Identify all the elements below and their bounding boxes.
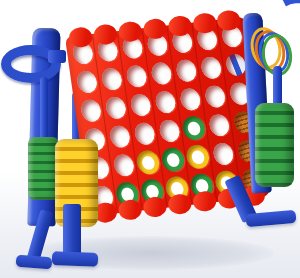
green-ring-stack-right (255, 103, 294, 187)
empty-hole (173, 57, 199, 84)
green-ring-piece (158, 145, 187, 175)
empty-hole (73, 68, 99, 95)
giant-connect-four-product-photo (0, 0, 300, 278)
empty-hole (106, 123, 132, 150)
empty-hole (110, 152, 136, 179)
empty-hole (206, 112, 232, 139)
empty-hole (131, 120, 157, 147)
empty-hole (202, 83, 228, 110)
left-front-leg (63, 204, 81, 258)
empty-hole (198, 54, 224, 81)
ring-toss-peg-left (40, 77, 48, 141)
green-ring-piece (179, 113, 208, 143)
empty-hole (156, 117, 182, 144)
empty-hole (177, 86, 203, 113)
empty-hole (210, 141, 236, 168)
empty-hole (123, 62, 149, 89)
yellow-ring-piece (183, 142, 212, 172)
empty-hole (127, 91, 153, 118)
empty-hole (102, 94, 128, 121)
hoop-mount (48, 50, 66, 63)
empty-hole (148, 60, 174, 87)
empty-hole (77, 97, 103, 124)
left-rear-foot (16, 255, 53, 269)
board-bottom-bump (191, 190, 217, 212)
empty-hole (98, 65, 124, 92)
left-front-foot (52, 251, 98, 267)
yellow-ring-piece (134, 148, 163, 178)
empty-hole (152, 89, 178, 116)
